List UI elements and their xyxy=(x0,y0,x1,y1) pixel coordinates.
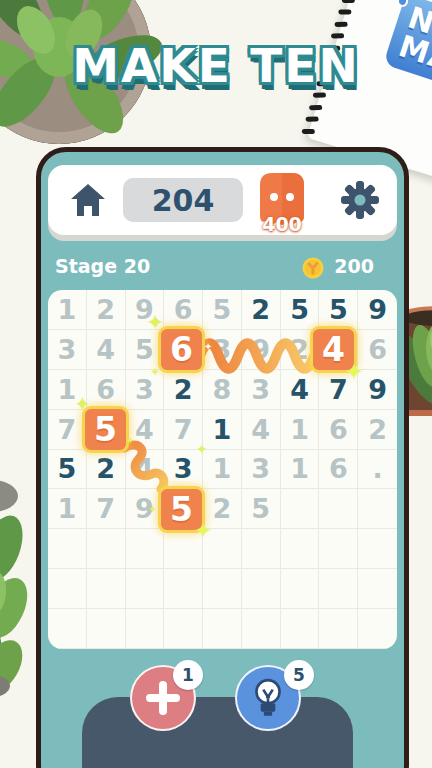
grid-cell-r5c4[interactable]: 3 xyxy=(164,450,203,490)
selected-tile-4[interactable]: 4 xyxy=(310,326,357,373)
grid-cell-r5c9: . xyxy=(358,450,397,490)
grid-cell-r7c7 xyxy=(281,529,320,569)
coin-count: 200 xyxy=(334,255,374,277)
grid-cell-r4c9[interactable]: 2 xyxy=(358,410,397,450)
grid-cell-r2c5[interactable]: 3 xyxy=(203,330,242,370)
grid-cell-r3c6[interactable]: 3 xyxy=(242,370,281,410)
add-badge-count: 1 xyxy=(182,665,194,685)
grid-cell-r1c1[interactable]: 1 xyxy=(48,290,87,330)
selected-tile-5b[interactable]: 5 xyxy=(158,486,205,533)
lightbulb-icon xyxy=(248,677,288,719)
grid-cell-r2c9[interactable]: 6 xyxy=(358,330,397,370)
grid-cell-r3c5[interactable]: 8 xyxy=(203,370,242,410)
grid-cell-r1c7[interactable]: 5 xyxy=(281,290,320,330)
grid-cell-r9c6 xyxy=(242,609,281,649)
add-button-badge: 1 xyxy=(173,660,203,690)
grid-cell-r8c8 xyxy=(319,569,358,609)
grid-cell-r1c2[interactable]: 2 xyxy=(87,290,126,330)
grid-cell-r3c4[interactable]: 2 xyxy=(164,370,203,410)
grid-cell-r5c2[interactable]: 2 xyxy=(87,450,126,490)
gear-icon[interactable] xyxy=(339,179,381,221)
grid-cell-r9c1 xyxy=(48,609,87,649)
hint-button-badge: 5 xyxy=(284,660,314,690)
grid-cell-r2c2[interactable]: 4 xyxy=(87,330,126,370)
game-title: MAKE TEN xyxy=(0,38,432,93)
grid-cell-r7c5 xyxy=(203,529,242,569)
grid-cell-r2c6[interactable]: 9 xyxy=(242,330,281,370)
stage-row: Stage 20 200 xyxy=(55,255,390,283)
grid-cell-r6c2[interactable]: 7 xyxy=(87,489,126,529)
grid-cell-r7c9 xyxy=(358,529,397,569)
grid-cell-r6c7 xyxy=(281,489,320,529)
grid-cell-r5c1[interactable]: 5 xyxy=(48,450,87,490)
grid-cell-r4c7[interactable]: 1 xyxy=(281,410,320,450)
grid-cell-r8c1 xyxy=(48,569,87,609)
score-value: 204 xyxy=(152,183,215,218)
grid-cell-r4c5[interactable]: 1 xyxy=(203,410,242,450)
grid-cell-r5c8[interactable]: 6 xyxy=(319,450,358,490)
grid-cell-r1c3[interactable]: 9 xyxy=(126,290,165,330)
grid-cell-r3c7[interactable]: 4 xyxy=(281,370,320,410)
grid-cell-r7c2 xyxy=(87,529,126,569)
hint-badge-count: 5 xyxy=(293,665,305,685)
grid-cell-r4c1[interactable]: 7 xyxy=(48,410,87,450)
grid-cell-r8c6 xyxy=(242,569,281,609)
grid-cell-r9c4 xyxy=(164,609,203,649)
grid-cell-r8c2 xyxy=(87,569,126,609)
grid-cell-r4c3[interactable]: 4 xyxy=(126,410,165,450)
grid-cell-r3c1[interactable]: 1 xyxy=(48,370,87,410)
grid-cell-r6c1[interactable]: 1 xyxy=(48,489,87,529)
plus-icon xyxy=(159,681,167,715)
score-display: 204 xyxy=(123,178,243,222)
mascot-button[interactable]: 400 xyxy=(253,169,311,235)
selected-tile-5a[interactable]: 5 xyxy=(82,406,129,453)
grid-cell-r4c6[interactable]: 4 xyxy=(242,410,281,450)
grid-cell-r1c6[interactable]: 2 xyxy=(242,290,281,330)
mascot-count: 400 xyxy=(253,213,311,235)
grid-cell-r5c6[interactable]: 3 xyxy=(242,450,281,490)
grid-panel: 1296525593453926163283479747141625243131… xyxy=(48,290,397,649)
grid-cell-r3c2[interactable]: 6 xyxy=(87,370,126,410)
grid-cell-r4c4[interactable]: 7 xyxy=(164,410,203,450)
grid-cell-r1c9[interactable]: 9 xyxy=(358,290,397,330)
grid-cell-r9c9 xyxy=(358,609,397,649)
grid-cell-r6c9 xyxy=(358,489,397,529)
grid-cell-r9c5 xyxy=(203,609,242,649)
selected-tile-6[interactable]: 6 xyxy=(158,326,205,373)
grid-cell-r9c8 xyxy=(319,609,358,649)
grid-cell-r8c5 xyxy=(203,569,242,609)
grid-cell-r8c4 xyxy=(164,569,203,609)
grid-cell-r8c7 xyxy=(281,569,320,609)
grid-cell-r7c8 xyxy=(319,529,358,569)
grid-cell-r5c7[interactable]: 1 xyxy=(281,450,320,490)
game-card: 204 400 Stage 20 xyxy=(36,147,409,768)
bottom-drawer xyxy=(82,697,353,768)
grid-cell-r5c3[interactable]: 4 xyxy=(126,450,165,490)
grid-cell-r3c9[interactable]: 9 xyxy=(358,370,397,410)
grid-cell-r7c4 xyxy=(164,529,203,569)
grid-cell-r9c7 xyxy=(281,609,320,649)
grid-cell-r2c1[interactable]: 3 xyxy=(48,330,87,370)
grid-cell-r5c5[interactable]: 1 xyxy=(203,450,242,490)
grid-cell-r7c3 xyxy=(126,529,165,569)
grid-cell-r1c8[interactable]: 5 xyxy=(319,290,358,330)
grid-cell-r6c6[interactable]: 5 xyxy=(242,489,281,529)
grid-cell-r7c1 xyxy=(48,529,87,569)
grid-cell-r1c4[interactable]: 6 xyxy=(164,290,203,330)
grid-cell-r8c3 xyxy=(126,569,165,609)
coin-icon xyxy=(302,257,324,279)
grid-cell-r9c2 xyxy=(87,609,126,649)
home-icon[interactable] xyxy=(68,180,108,220)
grid-cell-r6c5[interactable]: 2 xyxy=(203,489,242,529)
grid-cell-r6c8 xyxy=(319,489,358,529)
grid-cell-r3c8[interactable]: 7 xyxy=(319,370,358,410)
grid-cell-r4c8[interactable]: 6 xyxy=(319,410,358,450)
grid-cell-r7c6 xyxy=(242,529,281,569)
grid-cell-r9c3 xyxy=(126,609,165,649)
stage-label: Stage 20 xyxy=(55,255,150,277)
top-bar: 204 400 xyxy=(48,165,397,235)
grid-cell-r8c9 xyxy=(358,569,397,609)
grid-cell-r1c5[interactable]: 5 xyxy=(203,290,242,330)
grid-cell-r3c3[interactable]: 3 xyxy=(126,370,165,410)
